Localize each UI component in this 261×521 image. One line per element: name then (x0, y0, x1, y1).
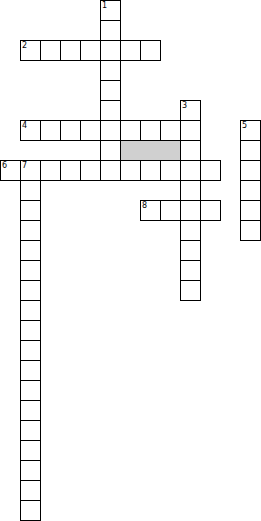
cell-8-7[interactable] (140, 160, 161, 181)
cell-25-1[interactable] (20, 500, 41, 521)
clue-number-7: 7 (22, 161, 27, 170)
cell-2-2[interactable] (40, 40, 61, 61)
cell-8-6[interactable] (120, 160, 141, 181)
cell-8-2[interactable] (40, 160, 61, 181)
cell-8-12[interactable] (240, 160, 261, 181)
cell-2-3[interactable] (60, 40, 81, 61)
cell-8-1[interactable]: 7 (20, 160, 41, 181)
cell-6-12[interactable]: 5 (240, 120, 261, 141)
shaded-block (120, 140, 181, 161)
cell-2-1[interactable]: 2 (20, 40, 41, 61)
cell-8-9[interactable] (180, 160, 201, 181)
cell-17-1[interactable] (20, 340, 41, 361)
cell-10-10[interactable] (200, 200, 221, 221)
clue-number-2: 2 (22, 41, 27, 50)
cell-1-5[interactable] (100, 20, 121, 41)
cell-6-1[interactable]: 4 (20, 120, 41, 141)
cell-12-1[interactable] (20, 240, 41, 261)
cell-10-7[interactable]: 8 (140, 200, 161, 221)
cell-8-0[interactable]: 6 (0, 160, 21, 181)
cell-6-3[interactable] (60, 120, 81, 141)
cell-2-5[interactable] (100, 40, 121, 61)
cell-6-9[interactable] (180, 120, 201, 141)
cell-6-6[interactable] (120, 120, 141, 141)
clue-number-3: 3 (182, 101, 187, 110)
cell-7-5[interactable] (100, 140, 121, 161)
cell-5-9[interactable]: 3 (180, 100, 201, 121)
cell-2-7[interactable] (140, 40, 161, 61)
cell-6-2[interactable] (40, 120, 61, 141)
cell-11-1[interactable] (20, 220, 41, 241)
cell-10-9[interactable] (180, 200, 201, 221)
cell-8-5[interactable] (100, 160, 121, 181)
cell-13-9[interactable] (180, 260, 201, 281)
cell-8-4[interactable] (80, 160, 101, 181)
cell-12-9[interactable] (180, 240, 201, 261)
cell-8-10[interactable] (200, 160, 221, 181)
cell-7-9[interactable] (180, 140, 201, 161)
cell-21-1[interactable] (20, 420, 41, 441)
cell-6-8[interactable] (160, 120, 181, 141)
cell-10-12[interactable] (240, 200, 261, 221)
cell-3-5[interactable] (100, 60, 121, 81)
clue-number-1: 1 (102, 1, 107, 10)
cell-9-12[interactable] (240, 180, 261, 201)
cell-8-8[interactable] (160, 160, 181, 181)
cell-20-1[interactable] (20, 400, 41, 421)
cell-2-4[interactable] (80, 40, 101, 61)
cell-9-9[interactable] (180, 180, 201, 201)
cell-4-5[interactable] (100, 80, 121, 101)
clue-number-6: 6 (2, 161, 7, 170)
cell-6-5[interactable] (100, 120, 121, 141)
cell-15-1[interactable] (20, 300, 41, 321)
cell-11-9[interactable] (180, 220, 201, 241)
cell-10-1[interactable] (20, 200, 41, 221)
cell-11-12[interactable] (240, 220, 261, 241)
cell-14-1[interactable] (20, 280, 41, 301)
cell-23-1[interactable] (20, 460, 41, 481)
cell-24-1[interactable] (20, 480, 41, 501)
cell-22-1[interactable] (20, 440, 41, 461)
crossword-board: 12345678 (0, 0, 261, 521)
cell-8-3[interactable] (60, 160, 81, 181)
cell-18-1[interactable] (20, 360, 41, 381)
clue-number-8: 8 (142, 201, 147, 210)
cell-2-6[interactable] (120, 40, 141, 61)
cell-10-8[interactable] (160, 200, 181, 221)
cell-6-4[interactable] (80, 120, 101, 141)
cell-9-1[interactable] (20, 180, 41, 201)
cell-19-1[interactable] (20, 380, 41, 401)
cell-0-5[interactable]: 1 (100, 0, 121, 21)
cell-5-5[interactable] (100, 100, 121, 121)
clue-number-4: 4 (22, 121, 27, 130)
cell-13-1[interactable] (20, 260, 41, 281)
cell-14-9[interactable] (180, 280, 201, 301)
cell-16-1[interactable] (20, 320, 41, 341)
cell-6-7[interactable] (140, 120, 161, 141)
cell-7-12[interactable] (240, 140, 261, 161)
clue-number-5: 5 (242, 121, 247, 130)
